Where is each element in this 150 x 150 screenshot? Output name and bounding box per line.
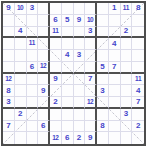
sudoku-cell[interactable] [121,15,133,27]
sudoku-cell[interactable] [38,97,50,109]
sudoku-cell[interactable]: 10 [85,15,97,27]
sudoku-cell[interactable] [132,62,144,74]
sudoku-cell[interactable] [62,62,74,74]
sudoku-cell[interactable]: 11 [132,74,144,86]
sudoku-cell[interactable] [62,27,74,39]
sudoku-cell[interactable] [121,97,133,109]
sudoku-cell[interactable]: 2 [121,27,133,39]
sudoku-cell[interactable]: 12 [85,97,97,109]
sudoku-cell[interactable] [74,74,86,86]
sudoku-cell[interactable] [15,121,27,133]
sudoku-cell[interactable]: 6 [62,132,74,144]
sudoku-cell[interactable]: 2 [74,132,86,144]
sudoku-cell[interactable] [85,3,97,15]
sudoku-cell[interactable]: 7 [109,62,121,74]
sudoku-cell[interactable] [27,109,39,121]
sudoku-cell[interactable] [74,3,86,15]
sudoku-cell[interactable] [74,85,86,97]
sudoku-cell[interactable]: 7 [132,97,144,109]
sudoku-cell[interactable] [50,38,62,50]
sudoku-cell[interactable] [97,27,109,39]
sudoku-cell[interactable] [109,50,121,62]
sudoku-cell[interactable] [109,74,121,86]
sudoku-cell[interactable] [50,109,62,121]
sudoku-cell[interactable] [132,38,144,50]
sudoku-cell[interactable] [50,121,62,133]
sudoku-cell[interactable]: 6 [38,121,50,133]
sudoku-cell[interactable] [27,85,39,97]
sudoku-cell[interactable] [74,97,86,109]
sudoku-cell[interactable] [97,97,109,109]
sudoku-cell[interactable]: 3 [121,109,133,121]
sudoku-cell[interactable] [15,50,27,62]
sudoku-cell[interactable] [15,85,27,97]
sudoku-cell[interactable] [62,3,74,15]
sudoku-cell[interactable] [132,50,144,62]
sudoku-cell[interactable] [3,27,15,39]
sudoku-cell[interactable] [85,85,97,97]
sudoku-cell[interactable] [109,97,121,109]
sudoku-cell[interactable] [121,132,133,144]
sudoku-cell[interactable]: 12 [50,132,62,144]
sudoku-cell[interactable] [109,27,121,39]
sudoku-cell[interactable]: 3 [27,3,39,15]
sudoku-cell[interactable] [62,109,74,121]
sudoku-cell[interactable]: 11 [121,3,133,15]
sudoku-cell[interactable] [62,74,74,86]
sudoku-cell[interactable] [97,109,109,121]
sudoku-cell[interactable] [27,15,39,27]
sudoku-cell[interactable] [62,85,74,97]
sudoku-cell[interactable] [97,15,109,27]
sudoku-cell[interactable]: 4 [15,27,27,39]
sudoku-cell[interactable] [109,121,121,133]
sudoku-cell[interactable]: 11 [27,38,39,50]
sudoku-cell[interactable] [15,38,27,50]
sudoku-cell[interactable] [74,121,86,133]
sudoku-cell[interactable]: 2 [15,109,27,121]
sudoku-cell[interactable] [132,15,144,27]
sudoku-cell[interactable] [85,38,97,50]
sudoku-cell[interactable] [38,15,50,27]
sudoku-cell[interactable]: 5 [97,62,109,74]
sudoku-cell[interactable] [27,50,39,62]
sudoku-cell[interactable]: 1 [109,3,121,15]
sudoku-cell[interactable]: 2 [50,97,62,109]
sudoku-cell[interactable] [121,38,133,50]
sudoku-cell[interactable] [3,38,15,50]
sudoku-cell[interactable] [15,132,27,144]
sudoku-cell[interactable]: 2 [132,121,144,133]
sudoku-cell[interactable] [85,62,97,74]
sudoku-cell[interactable] [62,121,74,133]
sudoku-cell[interactable]: 8 [97,121,109,133]
sudoku-cell[interactable] [38,132,50,144]
sudoku-cell[interactable] [38,3,50,15]
sudoku-cell[interactable]: 4 [62,50,74,62]
sudoku-cell[interactable] [132,132,144,144]
sudoku-cell[interactable]: 5 [62,15,74,27]
sudoku-cell[interactable]: 12 [38,62,50,74]
sudoku-cell[interactable] [38,109,50,121]
sudoku-cell[interactable] [109,109,121,121]
sudoku-cell[interactable]: 4 [132,85,144,97]
sudoku-cell[interactable] [3,15,15,27]
sudoku-cell[interactable]: 7 [85,74,97,86]
sudoku-cell[interactable] [50,62,62,74]
sudoku-cell[interactable] [62,97,74,109]
sudoku-cell[interactable] [121,85,133,97]
sudoku-cell[interactable] [15,62,27,74]
sudoku-cell[interactable]: 8 [132,3,144,15]
sudoku-cell[interactable] [3,109,15,121]
sudoku-cell[interactable] [97,3,109,15]
sudoku-cell[interactable] [3,132,15,144]
sudoku-cell[interactable] [3,62,15,74]
sudoku-cell[interactable] [15,97,27,109]
sudoku-cell[interactable] [27,132,39,144]
sudoku-cell[interactable] [38,27,50,39]
sudoku-cell[interactable] [97,38,109,50]
sudoku-cell[interactable] [97,74,109,86]
sudoku-cell[interactable] [132,27,144,39]
sudoku-cell[interactable] [121,74,133,86]
sudoku-cell[interactable]: 10 [15,3,27,15]
sudoku-cell[interactable] [132,109,144,121]
sudoku-cell[interactable]: 3 [85,27,97,39]
sudoku-cell[interactable]: 4 [109,38,121,50]
sudoku-cell[interactable] [38,74,50,86]
sudoku-cell[interactable] [27,74,39,86]
sudoku-cell[interactable] [85,50,97,62]
sudoku-cell[interactable]: 3 [3,97,15,109]
sudoku-cell[interactable] [27,97,39,109]
sudoku-board: 9103111865910411321144361257129711893432… [1,1,146,146]
sudoku-cell[interactable]: 7 [3,121,15,133]
sudoku-cell[interactable]: 11 [50,27,62,39]
sudoku-cell[interactable] [109,15,121,27]
sudoku-cell[interactable] [15,15,27,27]
sudoku-cell[interactable]: 9 [85,132,97,144]
sudoku-cell[interactable] [121,121,133,133]
sudoku-cell[interactable] [121,62,133,74]
sudoku-cell[interactable] [121,50,133,62]
sudoku-cell[interactable] [27,121,39,133]
sudoku-cell[interactable] [97,132,109,144]
sudoku-cell[interactable] [74,62,86,74]
sudoku-cell[interactable] [50,85,62,97]
sudoku-cell[interactable] [74,27,86,39]
sudoku-cell[interactable] [3,50,15,62]
sudoku-cell[interactable]: 3 [74,50,86,62]
sudoku-grid: 9103111865910411321144361257129711893432… [3,3,144,144]
sudoku-cell[interactable] [15,74,27,86]
sudoku-cell[interactable]: 3 [97,85,109,97]
sudoku-cell[interactable]: 6 [27,62,39,74]
sudoku-cell[interactable] [109,85,121,97]
sudoku-cell[interactable] [74,38,86,50]
sudoku-cell[interactable] [50,3,62,15]
sudoku-cell[interactable] [85,121,97,133]
sudoku-cell[interactable] [27,27,39,39]
sudoku-cell[interactable] [109,132,121,144]
sudoku-cell[interactable] [97,50,109,62]
sudoku-cell[interactable] [85,109,97,121]
sudoku-cell[interactable]: 12 [3,74,15,86]
sudoku-cell[interactable]: 9 [50,74,62,86]
sudoku-cell[interactable] [50,50,62,62]
sudoku-cell[interactable]: 9 [38,85,50,97]
sudoku-cell[interactable] [74,109,86,121]
sudoku-cell[interactable] [38,38,50,50]
sudoku-cell[interactable]: 9 [3,3,15,15]
sudoku-cell[interactable] [38,50,50,62]
sudoku-cell[interactable]: 6 [50,15,62,27]
sudoku-cell[interactable] [62,38,74,50]
sudoku-cell[interactable]: 8 [3,85,15,97]
sudoku-cell[interactable]: 9 [74,15,86,27]
